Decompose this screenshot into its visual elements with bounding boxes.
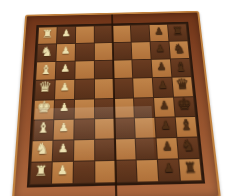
square-f4[interactable] — [94, 118, 114, 138]
piece-black-king-e8[interactable]: ♚ — [176, 96, 192, 112]
square-g2[interactable]: ♟ — [52, 140, 72, 161]
square-b4[interactable] — [94, 43, 112, 60]
square-a4[interactable] — [94, 26, 112, 43]
piece-white-pawn-e2[interactable]: ♟ — [59, 102, 69, 113]
piece-black-pawn-d7[interactable]: ♟ — [157, 80, 168, 91]
square-d4[interactable] — [94, 79, 113, 98]
square-d2[interactable]: ♟ — [55, 80, 74, 99]
square-h5[interactable] — [116, 160, 137, 182]
piece-white-rook-h1[interactable]: ♜ — [34, 163, 47, 178]
piece-white-pawn-g2[interactable]: ♟ — [57, 142, 68, 154]
square-b8[interactable]: ♞ — [169, 41, 189, 58]
square-c7[interactable]: ♟ — [152, 60, 172, 78]
square-b5[interactable] — [113, 43, 132, 60]
square-h2[interactable]: ♟ — [51, 162, 72, 184]
piece-white-bishop-c1[interactable]: ♝ — [39, 63, 52, 76]
square-e8[interactable]: ♚ — [174, 97, 195, 116]
square-c2[interactable]: ♟ — [55, 62, 74, 80]
square-e7[interactable]: ♟ — [154, 97, 174, 116]
piece-white-knight-g1[interactable]: ♞ — [35, 141, 49, 156]
square-d3[interactable] — [74, 80, 93, 99]
square-a1[interactable]: ♜ — [38, 27, 56, 44]
square-a3[interactable] — [75, 26, 93, 43]
piece-white-pawn-f2[interactable]: ♟ — [58, 122, 68, 134]
square-e6[interactable] — [134, 98, 154, 117]
square-f3[interactable] — [74, 119, 94, 139]
square-c8[interactable]: ♝ — [171, 59, 191, 77]
piece-white-king-e1[interactable]: ♚ — [36, 99, 51, 115]
square-e3[interactable] — [74, 99, 93, 118]
square-g1[interactable]: ♞ — [31, 141, 52, 162]
square-d1[interactable]: ♛ — [35, 81, 55, 100]
piece-black-bishop-c8[interactable]: ♝ — [174, 60, 187, 73]
square-h8[interactable]: ♜ — [179, 159, 201, 181]
square-g3[interactable] — [73, 140, 93, 161]
square-g5[interactable] — [115, 139, 136, 160]
piece-black-queen-d8[interactable]: ♛ — [175, 78, 190, 92]
square-b3[interactable] — [75, 44, 93, 61]
piece-white-queen-d1[interactable]: ♛ — [38, 81, 52, 96]
square-g4[interactable] — [94, 139, 114, 160]
square-h1[interactable]: ♜ — [30, 162, 51, 184]
square-c3[interactable] — [75, 61, 94, 79]
square-h4[interactable] — [94, 161, 115, 183]
chess-set-photo: ♜♟♟♜♞♟♟♞♝♟♟♝♛♟♟♛♚♟♟♚♝♟♟♝♞♟♟♞♜♟♟♜ — [0, 0, 225, 196]
piece-black-knight-b8[interactable]: ♞ — [172, 42, 185, 55]
square-b1[interactable]: ♞ — [37, 44, 56, 61]
square-a5[interactable] — [112, 26, 130, 43]
square-c6[interactable] — [132, 60, 151, 78]
piece-white-pawn-c2[interactable]: ♟ — [60, 64, 70, 74]
piece-black-rook-a8[interactable]: ♜ — [171, 25, 183, 36]
piece-black-pawn-c7[interactable]: ♟ — [156, 62, 166, 72]
square-f6[interactable] — [135, 118, 155, 138]
square-e1[interactable]: ♚ — [34, 100, 54, 119]
square-d6[interactable] — [133, 78, 153, 97]
square-c1[interactable]: ♝ — [36, 62, 55, 80]
square-h7[interactable]: ♟ — [158, 159, 180, 181]
piece-black-pawn-a7[interactable]: ♟ — [154, 27, 164, 37]
square-b6[interactable] — [132, 42, 151, 59]
square-c4[interactable] — [94, 61, 113, 79]
chess-board: ♜♟♟♜♞♟♟♞♝♟♟♝♛♟♟♛♚♟♟♚♝♟♟♝♞♟♟♞♜♟♟♜ — [11, 11, 220, 196]
piece-black-pawn-f7[interactable]: ♟ — [160, 119, 171, 130]
square-g8[interactable]: ♞ — [177, 137, 199, 158]
square-a6[interactable] — [131, 25, 150, 42]
square-a8[interactable]: ♜ — [168, 24, 187, 41]
square-h6[interactable] — [137, 160, 158, 182]
square-f2[interactable]: ♟ — [53, 119, 73, 139]
square-f7[interactable]: ♟ — [155, 117, 176, 137]
piece-black-pawn-h7[interactable]: ♟ — [163, 162, 174, 174]
piece-black-rook-h8[interactable]: ♜ — [183, 160, 197, 175]
square-a7[interactable]: ♟ — [149, 25, 168, 42]
square-e4[interactable] — [94, 98, 113, 117]
square-e5[interactable] — [114, 98, 134, 117]
piece-white-pawn-b2[interactable]: ♟ — [60, 46, 70, 56]
square-g6[interactable] — [136, 138, 157, 159]
square-g7[interactable]: ♟ — [156, 138, 177, 159]
square-f5[interactable] — [115, 118, 135, 138]
square-c5[interactable] — [113, 60, 132, 78]
piece-black-bishop-f8[interactable]: ♝ — [179, 117, 193, 132]
piece-black-pawn-b7[interactable]: ♟ — [155, 44, 165, 54]
square-d5[interactable] — [114, 79, 133, 98]
square-b2[interactable]: ♟ — [56, 44, 74, 61]
square-f1[interactable]: ♝ — [32, 120, 52, 140]
square-b7[interactable]: ♟ — [150, 42, 169, 59]
square-h3[interactable] — [73, 161, 93, 183]
board-perspective-wrap: ♜♟♟♜♞♟♟♞♝♟♟♝♛♟♟♛♚♟♟♚♝♟♟♝♞♟♟♞♜♟♟♜ — [11, 11, 220, 196]
piece-white-bishop-f1[interactable]: ♝ — [36, 120, 50, 135]
square-e2[interactable]: ♟ — [54, 99, 74, 118]
square-d7[interactable]: ♟ — [153, 78, 173, 97]
piece-white-pawn-d2[interactable]: ♟ — [59, 82, 69, 93]
piece-white-rook-a1[interactable]: ♜ — [41, 28, 52, 39]
piece-black-pawn-e7[interactable]: ♟ — [159, 99, 170, 110]
square-d8[interactable]: ♛ — [172, 78, 192, 97]
piece-white-pawn-h2[interactable]: ♟ — [57, 164, 68, 176]
square-a2[interactable]: ♟ — [57, 27, 75, 44]
piece-white-pawn-a2[interactable]: ♟ — [61, 29, 70, 39]
square-f8[interactable]: ♝ — [175, 117, 196, 137]
piece-black-knight-g8[interactable]: ♞ — [180, 138, 195, 153]
piece-black-pawn-g7[interactable]: ♟ — [161, 140, 172, 152]
piece-white-knight-b1[interactable]: ♞ — [40, 45, 53, 58]
